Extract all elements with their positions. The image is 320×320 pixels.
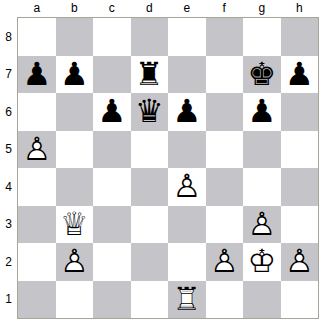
square-b1[interactable]: [56, 281, 94, 319]
square-e2[interactable]: [168, 243, 206, 281]
square-h7[interactable]: ♟: [281, 56, 319, 94]
black-pawn-glyph: ♟: [93, 93, 131, 131]
white-pawn: ♟♙: [243, 206, 281, 244]
square-h8[interactable]: [281, 18, 319, 56]
white-queen: ♛♕: [56, 206, 94, 244]
square-a7[interactable]: ♟: [18, 56, 56, 94]
square-c7[interactable]: [93, 56, 131, 94]
square-h2[interactable]: ♟♙: [281, 243, 319, 281]
square-g6[interactable]: ♟: [243, 93, 281, 131]
white-pawn: ♟♙: [18, 131, 56, 169]
square-c8[interactable]: [93, 18, 131, 56]
black-pawn: ♟: [56, 56, 94, 94]
square-f8[interactable]: [206, 18, 244, 56]
square-f4[interactable]: [206, 168, 244, 206]
square-h1[interactable]: [281, 281, 319, 319]
black-pawn: ♟: [168, 93, 206, 131]
white-queen-glyph: ♕: [56, 206, 94, 244]
black-king-glyph: ♚: [243, 56, 281, 94]
rank-label-3: 3: [0, 206, 17, 244]
square-c2[interactable]: [93, 243, 131, 281]
black-pawn: ♟: [243, 93, 281, 131]
square-h5[interactable]: [281, 131, 319, 169]
black-king: ♚: [243, 56, 281, 94]
file-label-d: d: [131, 0, 169, 17]
white-pawn-glyph: ♙: [18, 131, 56, 169]
black-pawn: ♟: [281, 56, 319, 94]
square-a3[interactable]: [18, 206, 56, 244]
rank-labels: 87654321: [0, 18, 17, 318]
square-d6[interactable]: ♛: [131, 93, 169, 131]
square-e4[interactable]: ♟♙: [168, 168, 206, 206]
square-d3[interactable]: [131, 206, 169, 244]
square-c5[interactable]: [93, 131, 131, 169]
square-e8[interactable]: [168, 18, 206, 56]
white-pawn: ♟♙: [206, 243, 244, 281]
white-rook-glyph: ♖: [168, 281, 206, 319]
file-labels: abcdefgh: [18, 0, 318, 17]
black-rook-glyph: ♜: [131, 56, 169, 94]
square-d1[interactable]: [131, 281, 169, 319]
black-pawn-glyph: ♟: [243, 93, 281, 131]
rank-label-5: 5: [0, 131, 17, 169]
square-d7[interactable]: ♜: [131, 56, 169, 94]
square-g3[interactable]: ♟♙: [243, 206, 281, 244]
square-f7[interactable]: [206, 56, 244, 94]
square-c3[interactable]: [93, 206, 131, 244]
white-pawn: ♟♙: [168, 168, 206, 206]
square-g8[interactable]: [243, 18, 281, 56]
square-c4[interactable]: [93, 168, 131, 206]
white-pawn: ♟♙: [56, 243, 94, 281]
square-g2[interactable]: ♚♔: [243, 243, 281, 281]
board-frame: ♟♟♜♚♟♟♛♟♟♟♙♟♙♛♕♟♙♟♙♟♙♚♔♟♙♜♖: [17, 17, 319, 319]
black-pawn-glyph: ♟: [18, 56, 56, 94]
white-pawn-glyph: ♙: [56, 243, 94, 281]
square-d2[interactable]: [131, 243, 169, 281]
black-pawn-glyph: ♟: [281, 56, 319, 94]
square-a5[interactable]: ♟♙: [18, 131, 56, 169]
file-label-b: b: [56, 0, 94, 17]
square-b2[interactable]: ♟♙: [56, 243, 94, 281]
rank-label-8: 8: [0, 18, 17, 56]
rank-label-1: 1: [0, 281, 17, 319]
black-rook: ♜: [131, 56, 169, 94]
black-pawn: ♟: [93, 93, 131, 131]
rank-label-6: 6: [0, 93, 17, 131]
white-pawn-glyph: ♙: [168, 168, 206, 206]
square-g4[interactable]: [243, 168, 281, 206]
square-h4[interactable]: [281, 168, 319, 206]
white-pawn-glyph: ♙: [243, 206, 281, 244]
file-label-h: h: [281, 0, 319, 17]
square-b7[interactable]: ♟: [56, 56, 94, 94]
square-g1[interactable]: [243, 281, 281, 319]
square-g7[interactable]: ♚: [243, 56, 281, 94]
square-e6[interactable]: ♟: [168, 93, 206, 131]
black-queen-glyph: ♛: [131, 93, 169, 131]
rank-label-7: 7: [0, 56, 17, 94]
file-label-g: g: [243, 0, 281, 17]
square-b3[interactable]: ♛♕: [56, 206, 94, 244]
black-queen: ♛: [131, 93, 169, 131]
square-f6[interactable]: [206, 93, 244, 131]
black-pawn-glyph: ♟: [168, 93, 206, 131]
chess-board: ♟♟♜♚♟♟♛♟♟♟♙♟♙♛♕♟♙♟♙♟♙♚♔♟♙♜♖: [18, 18, 318, 318]
file-label-c: c: [93, 0, 131, 17]
square-c6[interactable]: ♟: [93, 93, 131, 131]
square-e3[interactable]: [168, 206, 206, 244]
black-pawn-glyph: ♟: [56, 56, 94, 94]
white-king: ♚♔: [243, 243, 281, 281]
file-label-a: a: [18, 0, 56, 17]
square-e1[interactable]: ♜♖: [168, 281, 206, 319]
square-f1[interactable]: [206, 281, 244, 319]
square-f3[interactable]: [206, 206, 244, 244]
square-a8[interactable]: [18, 18, 56, 56]
rank-label-4: 4: [0, 168, 17, 206]
file-label-f: f: [206, 0, 244, 17]
file-label-e: e: [168, 0, 206, 17]
white-king-glyph: ♔: [243, 243, 281, 281]
square-c1[interactable]: [93, 281, 131, 319]
square-a2[interactable]: [18, 243, 56, 281]
square-h6[interactable]: [281, 93, 319, 131]
square-a4[interactable]: [18, 168, 56, 206]
square-d8[interactable]: [131, 18, 169, 56]
square-b6[interactable]: [56, 93, 94, 131]
square-f2[interactable]: ♟♙: [206, 243, 244, 281]
square-a1[interactable]: [18, 281, 56, 319]
square-a6[interactable]: [18, 93, 56, 131]
rank-label-2: 2: [0, 243, 17, 281]
square-b5[interactable]: [56, 131, 94, 169]
square-e7[interactable]: [168, 56, 206, 94]
square-f5[interactable]: [206, 131, 244, 169]
white-pawn: ♟♙: [281, 243, 319, 281]
square-h3[interactable]: [281, 206, 319, 244]
white-pawn-glyph: ♙: [281, 243, 319, 281]
square-d4[interactable]: [131, 168, 169, 206]
black-pawn: ♟: [18, 56, 56, 94]
square-g5[interactable]: [243, 131, 281, 169]
square-d5[interactable]: [131, 131, 169, 169]
square-e5[interactable]: [168, 131, 206, 169]
white-rook: ♜♖: [168, 281, 206, 319]
square-b8[interactable]: [56, 18, 94, 56]
chess-diagram: abcdefgh 87654321 ♟♟♜♚♟♟♛♟♟♟♙♟♙♛♕♟♙♟♙♟♙♚…: [0, 0, 320, 320]
square-b4[interactable]: [56, 168, 94, 206]
white-pawn-glyph: ♙: [206, 243, 244, 281]
